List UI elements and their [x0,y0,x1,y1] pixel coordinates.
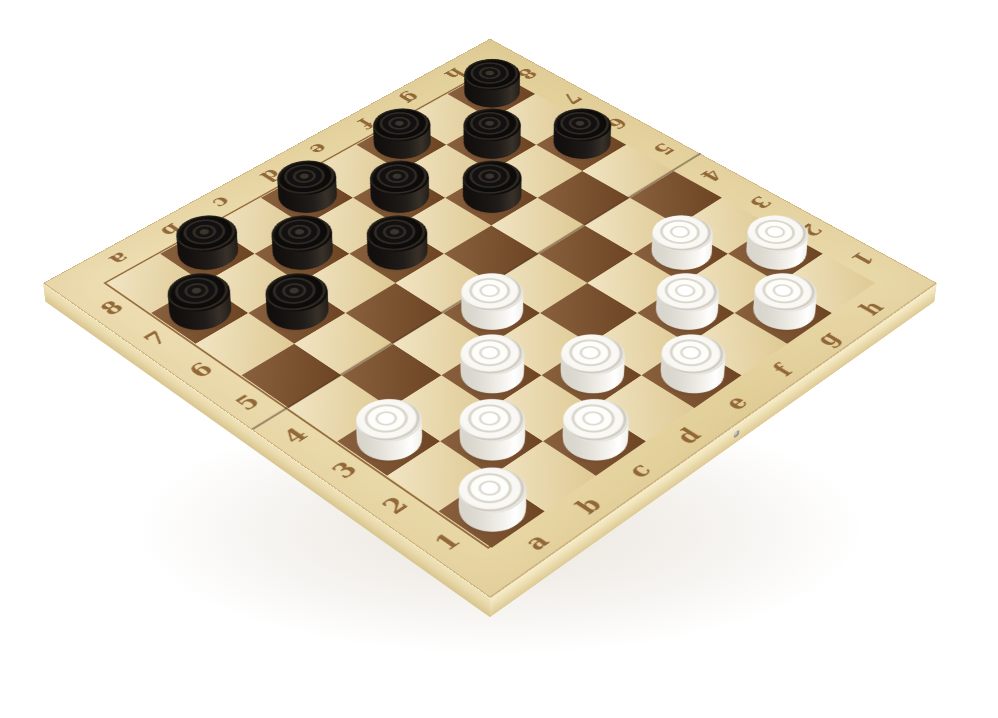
piece-white-c1[interactable] [549,411,641,472]
checkers-board-scene: aa88bb77cc66dd55ee44ff33gg22hh11 [43,39,936,598]
piece-white-d4[interactable] [448,286,535,340]
piece-black-b6[interactable] [254,286,341,340]
piece-white-g1[interactable] [740,286,827,340]
hinge-pin [734,429,740,438]
piece-black-f6[interactable] [450,174,532,223]
board: aa88bb77cc66dd55ee44ff33gg22hh11 [43,39,936,598]
piece-white-e1[interactable] [647,347,736,404]
piece-white-g3[interactable] [639,229,723,280]
piece-black-c7[interactable] [260,229,344,280]
piece-white-a1[interactable] [444,480,538,544]
